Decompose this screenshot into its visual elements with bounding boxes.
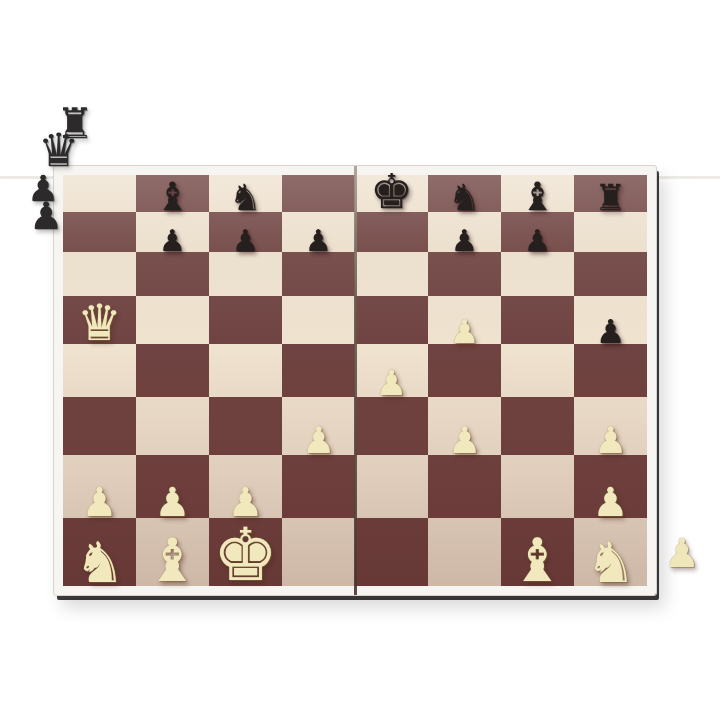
white-pawn-piece[interactable]: ♟ [376, 367, 407, 400]
white-pawn-piece[interactable]: ♟ [593, 483, 629, 521]
square-f2[interactable] [428, 455, 501, 518]
square-g6[interactable] [501, 252, 574, 296]
square-a1[interactable]: ♞ [63, 518, 136, 586]
square-g5[interactable] [501, 296, 574, 344]
square-g3[interactable] [501, 397, 574, 455]
black-pawn-piece[interactable]: ♟ [305, 227, 332, 256]
square-c4[interactable] [209, 344, 282, 397]
square-f4[interactable] [428, 344, 501, 397]
square-a4[interactable] [63, 344, 136, 397]
square-e2[interactable] [355, 455, 428, 518]
square-a5[interactable]: ♛ [63, 296, 136, 344]
white-pawn-piece[interactable]: ♟ [155, 483, 191, 521]
square-c5[interactable] [209, 296, 282, 344]
white-pawn-offboard-piece[interactable]: ♟ [664, 533, 700, 573]
square-f7[interactable]: ♟ [428, 212, 501, 252]
white-knight-piece[interactable]: ♞ [585, 536, 635, 589]
square-h5[interactable]: ♟ [574, 296, 647, 344]
square-a2[interactable]: ♟ [63, 455, 136, 518]
square-f6[interactable] [428, 252, 501, 296]
square-b2[interactable]: ♟ [136, 455, 209, 518]
black-knight-piece[interactable]: ♞ [229, 181, 261, 215]
black-pawn-piece[interactable]: ♟ [596, 316, 626, 347]
black-pawn-piece[interactable]: ♟ [524, 227, 551, 256]
white-pawn-piece[interactable]: ♟ [448, 423, 481, 458]
square-g2[interactable] [501, 455, 574, 518]
square-d1[interactable] [282, 518, 355, 586]
white-bishop-piece[interactable]: ♝ [146, 532, 200, 589]
square-h7[interactable] [574, 212, 647, 252]
square-c6[interactable] [209, 252, 282, 296]
square-d3[interactable]: ♟ [282, 397, 355, 455]
square-d2[interactable] [282, 455, 355, 518]
square-c3[interactable] [209, 397, 282, 455]
square-a7[interactable] [63, 212, 136, 252]
square-f3[interactable]: ♟ [428, 397, 501, 455]
square-b8[interactable]: ♝ [136, 175, 209, 212]
black-pawn-piece[interactable]: ♟ [232, 227, 259, 256]
black-knight-piece[interactable]: ♞ [448, 181, 480, 215]
square-g1[interactable]: ♝ [501, 518, 574, 586]
square-d7[interactable]: ♟ [282, 212, 355, 252]
square-b4[interactable] [136, 344, 209, 397]
square-h3[interactable]: ♟ [574, 397, 647, 455]
white-pawn-piece[interactable]: ♟ [302, 423, 335, 458]
square-a3[interactable] [63, 397, 136, 455]
square-f1[interactable] [428, 518, 501, 586]
square-h6[interactable] [574, 252, 647, 296]
square-e4[interactable]: ♟ [355, 344, 428, 397]
square-d5[interactable] [282, 296, 355, 344]
white-queen-piece[interactable]: ♛ [77, 300, 122, 348]
square-c1[interactable]: ♚ [209, 518, 282, 586]
square-d4[interactable] [282, 344, 355, 397]
square-d8[interactable] [282, 175, 355, 212]
square-b1[interactable]: ♝ [136, 518, 209, 586]
square-h8[interactable]: ♜ [574, 175, 647, 212]
black-bishop-piece[interactable]: ♝ [155, 178, 190, 215]
black-pawn-offboard-piece[interactable]: ♟ [29, 197, 63, 235]
square-h1[interactable]: ♞ [574, 518, 647, 586]
white-king-piece[interactable]: ♚ [213, 520, 278, 589]
black-pawn-piece[interactable]: ♟ [451, 227, 478, 256]
square-b6[interactable] [136, 252, 209, 296]
black-queen-offboard-piece[interactable]: ♛ [38, 127, 79, 173]
board-squares-grid: ♝♞♚♞♝♜♟♟♟♟♟♛♟♟♟♟♟♟♟♟♟♟♞♝♚♝♞ [63, 175, 647, 586]
square-e6[interactable] [355, 252, 428, 296]
black-bishop-piece[interactable]: ♝ [520, 178, 555, 215]
white-pawn-piece[interactable]: ♟ [82, 483, 118, 521]
square-e8[interactable]: ♚ [355, 175, 428, 212]
square-e1[interactable] [355, 518, 428, 586]
square-d6[interactable] [282, 252, 355, 296]
square-e5[interactable] [355, 296, 428, 344]
board-fold-seam [354, 166, 357, 595]
square-h4[interactable] [574, 344, 647, 397]
square-a8[interactable] [63, 175, 136, 212]
square-b5[interactable] [136, 296, 209, 344]
square-h2[interactable]: ♟ [574, 455, 647, 518]
black-rook-piece[interactable]: ♜ [594, 181, 626, 215]
white-bishop-piece[interactable]: ♝ [511, 532, 565, 589]
square-c8[interactable]: ♞ [209, 175, 282, 212]
black-pawn-piece[interactable]: ♟ [159, 227, 186, 256]
black-king-piece[interactable]: ♚ [370, 169, 413, 215]
square-g8[interactable]: ♝ [501, 175, 574, 212]
square-c2[interactable]: ♟ [209, 455, 282, 518]
square-g4[interactable] [501, 344, 574, 397]
square-b3[interactable] [136, 397, 209, 455]
white-pawn-piece[interactable]: ♟ [594, 423, 627, 458]
white-knight-piece[interactable]: ♞ [74, 536, 124, 589]
white-pawn-piece[interactable]: ♟ [450, 316, 480, 347]
square-f5[interactable]: ♟ [428, 296, 501, 344]
square-c7[interactable]: ♟ [209, 212, 282, 252]
square-f8[interactable]: ♞ [428, 175, 501, 212]
chess-board: ♝♞♚♞♝♜♟♟♟♟♟♛♟♟♟♟♟♟♟♟♟♟♞♝♚♝♞ [54, 166, 656, 595]
square-a6[interactable] [63, 252, 136, 296]
square-e3[interactable] [355, 397, 428, 455]
